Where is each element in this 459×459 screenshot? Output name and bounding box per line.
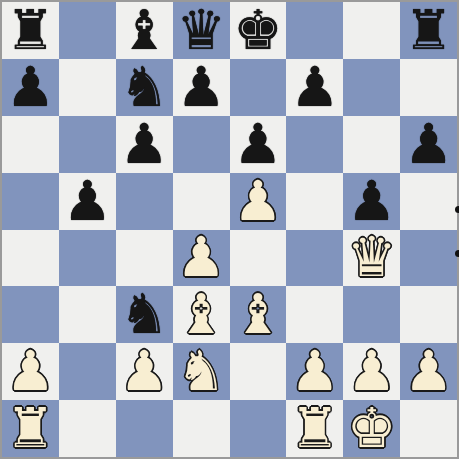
piece-white-pawn[interactable]: ♟ <box>233 174 282 229</box>
square-f7[interactable]: ♟ <box>286 59 343 116</box>
piece-black-bishop[interactable]: ♝ <box>120 3 169 58</box>
piece-black-pawn[interactable]: ♟ <box>404 117 453 172</box>
clipped-annotation-dot-upper <box>455 206 459 213</box>
piece-white-pawn[interactable]: ♟ <box>6 344 55 399</box>
square-d8[interactable]: ♛ <box>173 2 230 59</box>
chess-screenshot: ♜♝♛♚♜♟♞♟♟♟♟♟♟♟♟♟♛♞♝♝♟♟♞♟♟♟♜♜♚ <box>0 0 459 459</box>
piece-white-bishop[interactable]: ♝ <box>233 287 282 342</box>
square-g3[interactable] <box>343 286 400 343</box>
square-e4[interactable] <box>230 230 287 287</box>
square-a1[interactable]: ♜ <box>2 400 59 457</box>
square-d5[interactable] <box>173 173 230 230</box>
square-d6[interactable] <box>173 116 230 173</box>
square-a8[interactable]: ♜ <box>2 2 59 59</box>
square-d2[interactable]: ♞ <box>173 343 230 400</box>
piece-white-pawn[interactable]: ♟ <box>120 344 169 399</box>
square-c5[interactable] <box>116 173 173 230</box>
clipped-annotation-dot-lower <box>455 250 459 257</box>
piece-white-pawn[interactable]: ♟ <box>404 344 453 399</box>
square-g1[interactable]: ♚ <box>343 400 400 457</box>
chess-board: ♜♝♛♚♜♟♞♟♟♟♟♟♟♟♟♟♛♞♝♝♟♟♞♟♟♟♜♜♚ <box>0 0 459 459</box>
piece-black-pawn[interactable]: ♟ <box>120 117 169 172</box>
piece-black-queen[interactable]: ♛ <box>176 3 225 58</box>
piece-black-pawn[interactable]: ♟ <box>63 174 112 229</box>
piece-black-knight[interactable]: ♞ <box>120 60 169 115</box>
piece-white-pawn[interactable]: ♟ <box>176 230 225 285</box>
square-b2[interactable] <box>59 343 116 400</box>
square-f1[interactable]: ♜ <box>286 400 343 457</box>
square-c4[interactable] <box>116 230 173 287</box>
square-c7[interactable]: ♞ <box>116 59 173 116</box>
piece-white-pawn[interactable]: ♟ <box>347 344 396 399</box>
square-f2[interactable]: ♟ <box>286 343 343 400</box>
square-b8[interactable] <box>59 2 116 59</box>
piece-white-rook[interactable]: ♜ <box>290 401 339 456</box>
piece-black-knight[interactable]: ♞ <box>120 287 169 342</box>
square-g7[interactable] <box>343 59 400 116</box>
square-a2[interactable]: ♟ <box>2 343 59 400</box>
square-c2[interactable]: ♟ <box>116 343 173 400</box>
square-h6[interactable]: ♟ <box>400 116 457 173</box>
square-h1[interactable] <box>400 400 457 457</box>
square-g5[interactable]: ♟ <box>343 173 400 230</box>
square-g4[interactable]: ♛ <box>343 230 400 287</box>
square-e3[interactable]: ♝ <box>230 286 287 343</box>
square-a4[interactable] <box>2 230 59 287</box>
piece-black-pawn[interactable]: ♟ <box>176 60 225 115</box>
square-h8[interactable]: ♜ <box>400 2 457 59</box>
square-a5[interactable] <box>2 173 59 230</box>
square-e2[interactable] <box>230 343 287 400</box>
square-d7[interactable]: ♟ <box>173 59 230 116</box>
square-h3[interactable] <box>400 286 457 343</box>
square-d4[interactable]: ♟ <box>173 230 230 287</box>
piece-black-rook[interactable]: ♜ <box>6 3 55 58</box>
square-d1[interactable] <box>173 400 230 457</box>
square-f3[interactable] <box>286 286 343 343</box>
square-f6[interactable] <box>286 116 343 173</box>
square-a7[interactable]: ♟ <box>2 59 59 116</box>
square-b3[interactable] <box>59 286 116 343</box>
square-c1[interactable] <box>116 400 173 457</box>
square-c3[interactable]: ♞ <box>116 286 173 343</box>
square-e8[interactable]: ♚ <box>230 2 287 59</box>
square-e5[interactable]: ♟ <box>230 173 287 230</box>
square-a3[interactable] <box>2 286 59 343</box>
square-f8[interactable] <box>286 2 343 59</box>
square-f5[interactable] <box>286 173 343 230</box>
piece-white-rook[interactable]: ♜ <box>6 401 55 456</box>
piece-white-knight[interactable]: ♞ <box>176 344 225 399</box>
piece-white-queen[interactable]: ♛ <box>347 230 396 285</box>
square-h5[interactable] <box>400 173 457 230</box>
square-b5[interactable]: ♟ <box>59 173 116 230</box>
piece-white-king[interactable]: ♚ <box>347 401 396 456</box>
piece-black-king[interactable]: ♚ <box>233 3 282 58</box>
square-d3[interactable]: ♝ <box>173 286 230 343</box>
square-e6[interactable]: ♟ <box>230 116 287 173</box>
square-b7[interactable] <box>59 59 116 116</box>
square-e1[interactable] <box>230 400 287 457</box>
square-h2[interactable]: ♟ <box>400 343 457 400</box>
piece-white-bishop[interactable]: ♝ <box>176 287 225 342</box>
square-g8[interactable] <box>343 2 400 59</box>
square-b6[interactable] <box>59 116 116 173</box>
piece-black-pawn[interactable]: ♟ <box>290 60 339 115</box>
square-f4[interactable] <box>286 230 343 287</box>
square-b1[interactable] <box>59 400 116 457</box>
piece-white-pawn[interactable]: ♟ <box>290 344 339 399</box>
square-g2[interactable]: ♟ <box>343 343 400 400</box>
piece-black-rook[interactable]: ♜ <box>404 3 453 58</box>
square-a6[interactable] <box>2 116 59 173</box>
square-c8[interactable]: ♝ <box>116 2 173 59</box>
piece-black-pawn[interactable]: ♟ <box>347 174 396 229</box>
square-h7[interactable] <box>400 59 457 116</box>
piece-black-pawn[interactable]: ♟ <box>6 60 55 115</box>
square-h4[interactable] <box>400 230 457 287</box>
piece-black-pawn[interactable]: ♟ <box>233 117 282 172</box>
square-c6[interactable]: ♟ <box>116 116 173 173</box>
square-b4[interactable] <box>59 230 116 287</box>
square-g6[interactable] <box>343 116 400 173</box>
square-e7[interactable] <box>230 59 287 116</box>
